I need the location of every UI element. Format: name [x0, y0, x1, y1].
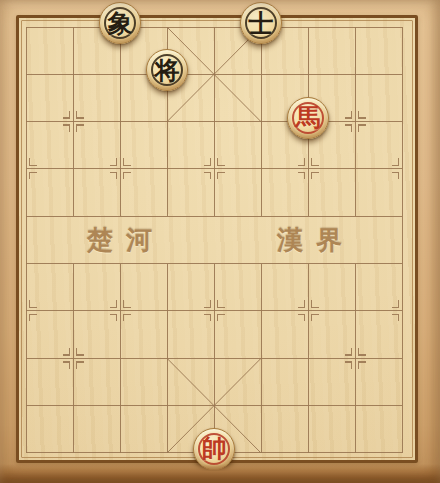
piece-character: 象: [108, 11, 133, 36]
table-edge: [0, 464, 440, 483]
river-label-chu-he: 楚河: [87, 224, 165, 256]
river-label-han-jie: 漢界: [277, 224, 355, 256]
piece-character: 将: [155, 58, 180, 83]
piece-black-advisor[interactable]: 士: [240, 2, 282, 44]
xiangqi-board-screen: 楚河 漢界 象士将馬帥: [0, 0, 440, 483]
piece-red-horse[interactable]: 馬: [287, 97, 329, 139]
piece-character: 士: [249, 11, 274, 36]
piece-character: 馬: [296, 105, 321, 130]
board-frame: [16, 15, 418, 463]
piece-character: 帥: [202, 436, 227, 461]
piece-black-elephant[interactable]: 象: [99, 2, 141, 44]
